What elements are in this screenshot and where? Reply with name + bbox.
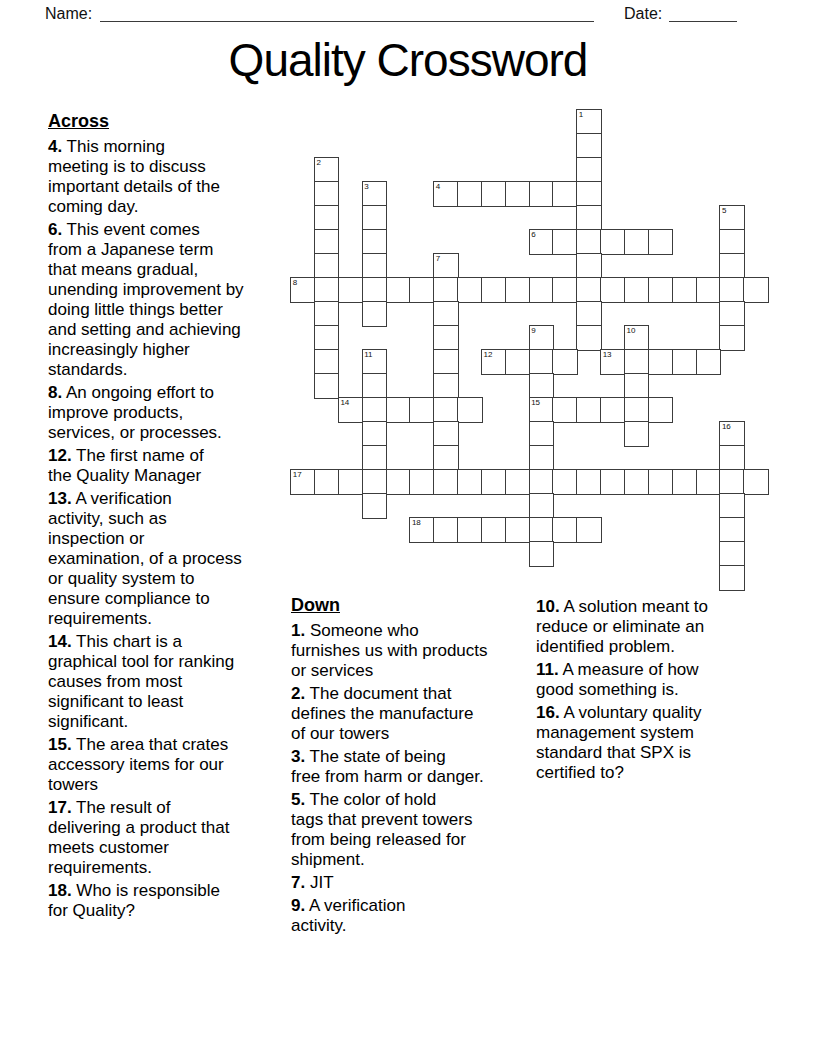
- grid-cell-r7c13[interactable]: [600, 277, 625, 303]
- grid-cell-r7c2[interactable]: [338, 277, 363, 303]
- clue-line: reduce or eliminate an: [536, 617, 802, 637]
- clue-line: from being released for: [291, 830, 534, 850]
- clue-across-17: 17. The result ofdelivering a product th…: [48, 798, 288, 878]
- clue-number: 1.: [291, 621, 305, 640]
- clue-line: 17. The result of: [48, 798, 288, 818]
- clue-line: graphical tool for ranking: [48, 652, 288, 672]
- grid-cell-r15c3[interactable]: [362, 469, 387, 495]
- grid-cell-r11c1[interactable]: [314, 373, 339, 399]
- clue-line: tags that prevent towers: [291, 810, 534, 830]
- grid-cell-r3c10[interactable]: [529, 181, 554, 207]
- grid-cell-r13c18[interactable]: 16: [719, 421, 744, 447]
- grid-cell-r15c7[interactable]: [457, 469, 482, 495]
- grid-cell-r7c17[interactable]: [696, 277, 721, 303]
- grid-cell-r9c6[interactable]: [433, 325, 458, 351]
- grid-cell-r8c1[interactable]: [314, 301, 339, 327]
- grid-cell-r10c13[interactable]: 13: [600, 349, 625, 375]
- clue-line: examination, of a process: [48, 549, 288, 569]
- grid-cell-r16c10[interactable]: [529, 493, 554, 519]
- clue-line: improve products,: [48, 403, 288, 423]
- grid-cell-r2c12[interactable]: [576, 157, 601, 183]
- clue-line: meeting is to discuss: [48, 157, 288, 177]
- grid-cell-r15c14[interactable]: [624, 469, 649, 495]
- clue-down-5: 5. The color of holdtags that prevent to…: [291, 790, 534, 870]
- clue-line: 13. A verification: [48, 489, 288, 509]
- grid-cell-r10c9[interactable]: [505, 349, 530, 375]
- grid-cell-r9c12[interactable]: [576, 325, 601, 351]
- clue-line: delivering a product that: [48, 818, 288, 838]
- clue-line: services, or processes.: [48, 423, 288, 443]
- cell-number: 7: [436, 255, 440, 263]
- clue-down-3: 3. The state of beingfree from harm or d…: [291, 747, 534, 787]
- clue-line: good something is.: [536, 680, 802, 700]
- cell-number: 13: [603, 351, 612, 359]
- grid-cell-r18c18[interactable]: [719, 541, 744, 567]
- grid-cell-r15c0[interactable]: 17: [290, 469, 315, 495]
- cell-number: 14: [340, 399, 349, 407]
- grid-cell-r7c10[interactable]: [529, 277, 554, 303]
- grid-cell-r13c3[interactable]: [362, 421, 387, 447]
- grid-cell-r3c7[interactable]: [457, 181, 482, 207]
- clue-across-15: 15. The area that cratesaccessory items …: [48, 735, 288, 795]
- grid-cell-r17c7[interactable]: [457, 517, 482, 543]
- grid-cell-r15c10[interactable]: [529, 469, 554, 495]
- grid-cell-r12c5[interactable]: [409, 397, 434, 423]
- clue-line: furnishes us with products: [291, 641, 534, 661]
- grid-cell-r13c14[interactable]: [624, 421, 649, 447]
- grid-cell-r11c14[interactable]: [624, 373, 649, 399]
- grid-cell-r10c11[interactable]: [552, 349, 577, 375]
- clue-down-1: 1. Someone whofurnishes us with products…: [291, 621, 534, 681]
- clue-number: 8.: [48, 383, 62, 402]
- clue-line: increasingly higher: [48, 340, 288, 360]
- cell-number: 12: [483, 351, 492, 359]
- grid-cell-r7c3[interactable]: [362, 277, 387, 303]
- clue-line: 11. A measure of how: [536, 660, 802, 680]
- clue-line: 9. A verification: [291, 896, 534, 916]
- down-clues-list-1: 1. Someone whofurnishes us with products…: [291, 621, 534, 936]
- grid-cell-r10c10[interactable]: [529, 349, 554, 375]
- grid-cell-r7c6[interactable]: [433, 277, 458, 303]
- grid-cell-r13c6[interactable]: [433, 421, 458, 447]
- clue-line: 16. A voluntary quality: [536, 703, 802, 723]
- cell-number: 10: [627, 327, 636, 335]
- clue-line: that means gradual,: [48, 260, 288, 280]
- across-heading: Across: [48, 111, 288, 131]
- grid-cell-r3c8[interactable]: [481, 181, 506, 207]
- down-clues-column-1: Down 1. Someone whofurnishes us with pro…: [291, 595, 534, 939]
- clue-line: inspection or: [48, 529, 288, 549]
- clue-line: of our towers: [291, 724, 534, 744]
- grid-cell-r15c4[interactable]: [386, 469, 411, 495]
- cell-number: 9: [531, 327, 535, 335]
- grid-cell-r15c11[interactable]: [552, 469, 577, 495]
- clue-line: important details of the: [48, 177, 288, 197]
- clue-line: 4. This morning: [48, 137, 288, 157]
- grid-cell-r9c10[interactable]: 9: [529, 325, 554, 351]
- grid-cell-r7c5[interactable]: [409, 277, 434, 303]
- grid-cell-r7c15[interactable]: [648, 277, 673, 303]
- cell-number: 4: [436, 183, 440, 191]
- clue-across-14: 14. This chart is agraphical tool for ra…: [48, 632, 288, 732]
- grid-cell-r7c19[interactable]: [743, 277, 768, 303]
- grid-cell-r17c9[interactable]: [505, 517, 530, 543]
- grid-cell-r12c3[interactable]: [362, 397, 387, 423]
- grid-cell-r15c19[interactable]: [743, 469, 768, 495]
- clue-line: activity, such as: [48, 509, 288, 529]
- grid-cell-r5c13[interactable]: [600, 229, 625, 255]
- name-fill-line[interactable]: [100, 5, 594, 22]
- cell-number: 1: [579, 111, 583, 119]
- clue-down-10: 10. A solution meant toreduce or elimina…: [536, 597, 802, 657]
- grid-cell-r9c14[interactable]: 10: [624, 325, 649, 351]
- grid-cell-r12c14[interactable]: [624, 397, 649, 423]
- grid-cell-r12c15[interactable]: [648, 397, 673, 423]
- grid-cell-r6c18[interactable]: [719, 253, 744, 279]
- clue-line: free from harm or danger.: [291, 767, 534, 787]
- clue-number: 17.: [48, 798, 72, 817]
- clue-line: shipment.: [291, 850, 534, 870]
- grid-cell-r5c1[interactable]: [314, 229, 339, 255]
- grid-cell-r8c6[interactable]: [433, 301, 458, 327]
- clue-line: or quality system to: [48, 569, 288, 589]
- clue-line: activity.: [291, 916, 534, 936]
- cell-number: 15: [531, 399, 540, 407]
- grid-cell-r15c12[interactable]: [576, 469, 601, 495]
- grid-cell-r8c12[interactable]: [576, 301, 601, 327]
- grid-cell-r17c18[interactable]: [719, 517, 744, 543]
- grid-cell-r7c18[interactable]: [719, 277, 744, 303]
- grid-cell-r8c18[interactable]: [719, 301, 744, 327]
- grid-cell-r14c6[interactable]: [433, 445, 458, 471]
- clue-number: 11.: [536, 660, 559, 679]
- grid-cell-r15c13[interactable]: [600, 469, 625, 495]
- grid-cell-r3c11[interactable]: [552, 181, 577, 207]
- grid-cell-r4c18[interactable]: 5: [719, 205, 744, 231]
- grid-cell-r10c3[interactable]: 11: [362, 349, 387, 375]
- grid-cell-r17c11[interactable]: [552, 517, 577, 543]
- clue-line: coming day.: [48, 197, 288, 217]
- grid-cell-r10c15[interactable]: [648, 349, 673, 375]
- down-clues-list-2: 10. A solution meant toreduce or elimina…: [536, 597, 802, 783]
- grid-cell-r15c17[interactable]: [696, 469, 721, 495]
- grid-cell-r15c9[interactable]: [505, 469, 530, 495]
- grid-cell-r5c10[interactable]: 6: [529, 229, 554, 255]
- crossword-grid: 123456789101112131415161718: [291, 110, 768, 590]
- clue-number: 5.: [291, 790, 305, 809]
- grid-cell-r16c18[interactable]: [719, 493, 744, 519]
- down-clues-column-2: 10. A solution meant toreduce or elimina…: [536, 597, 802, 786]
- clue-number: 10.: [536, 597, 560, 616]
- grid-cell-r0c12[interactable]: 1: [576, 109, 601, 135]
- grid-cell-r14c18[interactable]: [719, 445, 744, 471]
- clue-line: 5. The color of hold: [291, 790, 534, 810]
- clue-number: 3.: [291, 747, 305, 766]
- grid-cell-r12c12[interactable]: [576, 397, 601, 423]
- grid-cell-r7c9[interactable]: [505, 277, 530, 303]
- clue-line: 15. The area that crates: [48, 735, 288, 755]
- clue-number: 18.: [48, 881, 72, 900]
- clue-number: 14.: [48, 632, 72, 651]
- cell-number: 11: [364, 351, 372, 359]
- grid-cell-r8c3[interactable]: [362, 301, 387, 327]
- clue-number: 2.: [291, 684, 305, 703]
- clue-line: accessory items for our: [48, 755, 288, 775]
- grid-cell-r7c7[interactable]: [457, 277, 482, 303]
- grid-cell-r17c5[interactable]: 18: [409, 517, 434, 543]
- grid-cell-r10c16[interactable]: [672, 349, 697, 375]
- grid-cell-r5c18[interactable]: [719, 229, 744, 255]
- grid-cell-r9c18[interactable]: [719, 325, 744, 351]
- clue-line: identified problem.: [536, 637, 802, 657]
- clue-across-6: 6. This event comesfrom a Japanese termt…: [48, 220, 288, 380]
- clue-across-13: 13. A verificationactivity, such asinspe…: [48, 489, 288, 629]
- date-fill-line[interactable]: [669, 5, 737, 22]
- grid-cell-r7c8[interactable]: [481, 277, 506, 303]
- down-heading: Down: [291, 595, 534, 615]
- clue-number: 12.: [48, 446, 72, 465]
- grid-cell-r14c3[interactable]: [362, 445, 387, 471]
- clue-number: 6.: [48, 220, 62, 239]
- grid-cell-r7c14[interactable]: [624, 277, 649, 303]
- grid-cell-r10c8[interactable]: 12: [481, 349, 506, 375]
- clue-line: defines the manufacture: [291, 704, 534, 724]
- clue-down-16: 16. A voluntary qualitymanagement system…: [536, 703, 802, 783]
- clue-number: 15.: [48, 735, 72, 754]
- grid-cell-r12c7[interactable]: [457, 397, 482, 423]
- clue-line: or services: [291, 661, 534, 681]
- clue-down-2: 2. The document thatdefines the manufact…: [291, 684, 534, 744]
- grid-cell-r12c13[interactable]: [600, 397, 625, 423]
- clue-line: and setting and achieving: [48, 320, 288, 340]
- clue-line: unending improvement by: [48, 280, 288, 300]
- grid-cell-r14c10[interactable]: [529, 445, 554, 471]
- clue-down-11: 11. A measure of howgood something is.: [536, 660, 802, 700]
- grid-cell-r6c6[interactable]: 7: [433, 253, 458, 279]
- clue-line: 2. The document that: [291, 684, 534, 704]
- clue-number: 16.: [536, 703, 560, 722]
- clue-line: 14. This chart is a: [48, 632, 288, 652]
- grid-cell-r5c15[interactable]: [648, 229, 673, 255]
- grid-cell-r11c10[interactable]: [529, 373, 554, 399]
- grid-cell-r5c12[interactable]: [576, 229, 601, 255]
- clue-line: 3. The state of being: [291, 747, 534, 767]
- across-clues-list: 4. This morningmeeting is to discussimpo…: [48, 137, 288, 921]
- grid-cell-r10c1[interactable]: [314, 349, 339, 375]
- cell-number: 6: [531, 231, 535, 239]
- grid-cell-r12c11[interactable]: [552, 397, 577, 423]
- grid-cell-r7c4[interactable]: [386, 277, 411, 303]
- grid-cell-r5c11[interactable]: [552, 229, 577, 255]
- cell-number: 18: [412, 519, 421, 527]
- cell-number: 2: [317, 159, 321, 167]
- grid-cell-r12c6[interactable]: [433, 397, 458, 423]
- grid-cell-r4c12[interactable]: [576, 205, 601, 231]
- grid-cell-r3c1[interactable]: [314, 181, 339, 207]
- clue-line: doing little things better: [48, 300, 288, 320]
- grid-cell-r6c3[interactable]: [362, 253, 387, 279]
- cell-number: 17: [293, 471, 302, 479]
- grid-cell-r15c6[interactable]: [433, 469, 458, 495]
- grid-cell-r19c18[interactable]: [719, 565, 744, 591]
- clue-line: 6. This event comes: [48, 220, 288, 240]
- grid-cell-r10c6[interactable]: [433, 349, 458, 375]
- clue-line: 1. Someone who: [291, 621, 534, 641]
- clue-line: for Quality?: [48, 901, 288, 921]
- grid-cell-r12c2[interactable]: 14: [338, 397, 363, 423]
- grid-cell-r12c4[interactable]: [386, 397, 411, 423]
- clue-line: the Quality Manager: [48, 466, 288, 486]
- grid-cell-r15c8[interactable]: [481, 469, 506, 495]
- grid-cell-r10c14[interactable]: [624, 349, 649, 375]
- cell-number: 5: [722, 207, 726, 215]
- clue-line: meets customer: [48, 838, 288, 858]
- name-label: Name:: [45, 5, 92, 23]
- clue-line: 8. An ongoing effort to: [48, 383, 288, 403]
- clue-number: 9.: [291, 896, 305, 915]
- grid-cell-r3c3[interactable]: 3: [362, 181, 387, 207]
- clue-across-8: 8. An ongoing effort toimprove products,…: [48, 383, 288, 443]
- clue-line: significant.: [48, 712, 288, 732]
- cell-number: 16: [722, 423, 731, 431]
- grid-cell-r7c11[interactable]: [552, 277, 577, 303]
- crossword-worksheet: { "header": { "name_label": "Name:", "da…: [0, 0, 816, 1056]
- grid-cell-r15c18[interactable]: [719, 469, 744, 495]
- grid-cell-r16c3[interactable]: [362, 493, 387, 519]
- clue-line: towers: [48, 775, 288, 795]
- grid-cell-r2c1[interactable]: 2: [314, 157, 339, 183]
- grid-cell-r15c5[interactable]: [409, 469, 434, 495]
- across-clues-column: Across 4. This morningmeeting is to disc…: [48, 111, 288, 924]
- clue-number: 13.: [48, 489, 72, 508]
- clue-line: significant to least: [48, 692, 288, 712]
- clue-line: 10. A solution meant to: [536, 597, 802, 617]
- grid-cell-r17c10[interactable]: [529, 517, 554, 543]
- clue-across-4: 4. This morningmeeting is to discussimpo…: [48, 137, 288, 217]
- clue-line: management system: [536, 723, 802, 743]
- grid-cell-r17c6[interactable]: [433, 517, 458, 543]
- clue-line: requirements.: [48, 609, 288, 629]
- grid-cell-r13c10[interactable]: [529, 421, 554, 447]
- grid-cell-r9c1[interactable]: [314, 325, 339, 351]
- clue-line: from a Japanese term: [48, 240, 288, 260]
- grid-cell-r1c12[interactable]: [576, 133, 601, 159]
- clue-across-12: 12. The first name ofthe Quality Manager: [48, 446, 288, 486]
- grid-cell-r18c10[interactable]: [529, 541, 554, 567]
- clue-line: causes from most: [48, 672, 288, 692]
- grid-cell-r11c3[interactable]: [362, 373, 387, 399]
- clue-line: standards.: [48, 360, 288, 380]
- grid-cell-r4c3[interactable]: [362, 205, 387, 231]
- clue-across-18: 18. Who is responsiblefor Quality?: [48, 881, 288, 921]
- grid-cell-r17c8[interactable]: [481, 517, 506, 543]
- clue-line: 12. The first name of: [48, 446, 288, 466]
- clue-line: standard that SPX is: [536, 743, 802, 763]
- grid-cell-r7c0[interactable]: 8: [290, 277, 315, 303]
- grid-cell-r4c1[interactable]: [314, 205, 339, 231]
- grid-cell-r15c16[interactable]: [672, 469, 697, 495]
- clue-line: requirements.: [48, 858, 288, 878]
- grid-cell-r11c6[interactable]: [433, 373, 458, 399]
- grid-cell-r3c12[interactable]: [576, 181, 601, 207]
- grid-cell-r5c3[interactable]: [362, 229, 387, 255]
- grid-cell-r15c15[interactable]: [648, 469, 673, 495]
- grid-cell-r7c16[interactable]: [672, 277, 697, 303]
- clue-down-9: 9. A verificationactivity.: [291, 896, 534, 936]
- page-title: Quality Crossword: [0, 33, 816, 87]
- grid-cell-r7c1[interactable]: [314, 277, 339, 303]
- clue-down-7: 7. JIT: [291, 873, 534, 893]
- clue-line: ensure compliance to: [48, 589, 288, 609]
- cell-number: 3: [364, 183, 368, 191]
- grid-cell-r6c12[interactable]: [576, 253, 601, 279]
- grid-cell-r3c6[interactable]: 4: [433, 181, 458, 207]
- clue-line: certified to?: [536, 763, 802, 783]
- grid-cell-r15c1[interactable]: [314, 469, 339, 495]
- grid-cell-r7c12[interactable]: [576, 277, 601, 303]
- grid-cell-r3c9[interactable]: [505, 181, 530, 207]
- date-label: Date:: [624, 5, 662, 23]
- cell-number: 8: [293, 279, 297, 287]
- clue-line: 7. JIT: [291, 873, 534, 893]
- clue-line: 18. Who is responsible: [48, 881, 288, 901]
- grid-cell-r5c14[interactable]: [624, 229, 649, 255]
- grid-cell-r12c10[interactable]: 15: [529, 397, 554, 423]
- grid-cell-r17c12[interactable]: [576, 517, 601, 543]
- clue-number: 4.: [48, 137, 62, 156]
- grid-cell-r6c1[interactable]: [314, 253, 339, 279]
- grid-cell-r15c2[interactable]: [338, 469, 363, 495]
- grid-cell-r10c17[interactable]: [696, 349, 721, 375]
- clue-number: 7.: [291, 873, 305, 892]
